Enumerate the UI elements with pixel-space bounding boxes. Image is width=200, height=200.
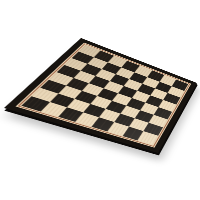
product-photo-background (0, 0, 200, 200)
board-grid (22, 45, 188, 145)
chessboard (4, 38, 197, 153)
board-frame (4, 38, 197, 153)
board-inlay-band (16, 43, 191, 148)
board-pinstripe-line (18, 43, 190, 146)
